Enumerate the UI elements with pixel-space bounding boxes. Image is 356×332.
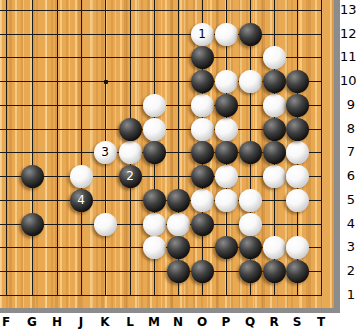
row-label-4: 4 (340, 217, 355, 231)
vertical-grid-line-G (32, 0, 33, 296)
row-label-13: 13 (340, 3, 355, 17)
row-label-5: 5 (340, 193, 355, 207)
row-label-10: 10 (340, 74, 355, 88)
column-label-L: L (122, 314, 138, 330)
white-stone[interactable] (263, 165, 286, 188)
black-stone[interactable] (263, 70, 286, 93)
white-stone[interactable] (263, 94, 286, 117)
black-stone-move-4[interactable]: 4 (70, 189, 93, 212)
white-stone[interactable] (239, 213, 262, 236)
black-stone[interactable] (263, 141, 286, 164)
black-stone[interactable] (21, 213, 44, 236)
white-stone[interactable] (286, 165, 309, 188)
black-stone-move-2[interactable]: 2 (119, 165, 142, 188)
column-label-T: T (313, 314, 329, 330)
white-stone[interactable] (191, 94, 214, 117)
white-stone[interactable] (143, 213, 166, 236)
black-stone[interactable] (286, 70, 309, 93)
black-stone[interactable] (215, 236, 238, 259)
row-labels: 13121110987654321 (340, 0, 356, 332)
black-stone[interactable] (215, 141, 238, 164)
black-stone[interactable] (286, 94, 309, 117)
white-stone[interactable] (215, 70, 238, 93)
vertical-grid-line-F (6, 0, 7, 296)
black-stone[interactable] (167, 260, 190, 283)
white-stone[interactable] (215, 189, 238, 212)
black-stone[interactable] (119, 118, 142, 141)
row-label-2: 2 (340, 264, 355, 278)
white-stone[interactable] (263, 46, 286, 69)
horizontal-grid-line-1 (0, 295, 322, 296)
vertical-grid-line-J (81, 0, 82, 296)
white-stone[interactable] (286, 236, 309, 259)
star-point-K10 (104, 80, 108, 84)
black-stone[interactable] (215, 94, 238, 117)
white-stone-move-1[interactable]: 1 (191, 23, 214, 46)
column-label-O: O (194, 314, 210, 330)
white-stone-move-3[interactable]: 3 (94, 141, 117, 164)
vertical-grid-line-H (57, 0, 58, 296)
row-label-6: 6 (340, 169, 355, 183)
row-label-3: 3 (340, 240, 355, 254)
white-stone[interactable] (286, 189, 309, 212)
black-stone[interactable] (286, 260, 309, 283)
white-stone[interactable] (239, 189, 262, 212)
black-stone[interactable] (191, 141, 214, 164)
column-label-Q: Q (242, 314, 258, 330)
white-stone[interactable] (70, 165, 93, 188)
column-label-M: M (146, 314, 162, 330)
column-label-R: R (266, 314, 282, 330)
row-label-8: 8 (340, 122, 355, 136)
white-stone[interactable] (119, 141, 142, 164)
black-stone[interactable] (167, 236, 190, 259)
black-stone[interactable] (191, 260, 214, 283)
column-label-G: G (24, 314, 40, 330)
black-stone[interactable] (239, 141, 262, 164)
white-stone[interactable] (167, 213, 190, 236)
black-stone[interactable] (191, 213, 214, 236)
white-stone[interactable] (143, 236, 166, 259)
black-stone[interactable] (143, 189, 166, 212)
column-label-K: K (97, 314, 113, 330)
row-label-7: 7 (340, 145, 355, 159)
black-stone[interactable] (191, 46, 214, 69)
white-stone[interactable] (239, 70, 262, 93)
row-label-9: 9 (340, 98, 355, 112)
black-stone[interactable] (286, 118, 309, 141)
white-stone[interactable] (143, 118, 166, 141)
row-label-12: 12 (340, 27, 355, 41)
white-stone[interactable] (263, 236, 286, 259)
column-label-F: F (0, 314, 14, 330)
black-stone[interactable] (191, 70, 214, 93)
black-stone[interactable] (263, 118, 286, 141)
black-stone[interactable] (263, 260, 286, 283)
white-stone[interactable] (191, 189, 214, 212)
column-label-H: H (49, 314, 65, 330)
white-stone[interactable] (215, 23, 238, 46)
go-board[interactable]: 1324 (0, 0, 334, 308)
black-stone[interactable] (239, 23, 262, 46)
black-stone[interactable] (239, 236, 262, 259)
white-stone[interactable] (191, 118, 214, 141)
column-label-N: N (170, 314, 186, 330)
column-label-J: J (73, 314, 89, 330)
black-stone[interactable] (143, 141, 166, 164)
column-label-S: S (289, 314, 305, 330)
black-stone[interactable] (167, 189, 190, 212)
white-stone[interactable] (143, 94, 166, 117)
vertical-grid-line-T (321, 0, 322, 296)
white-stone[interactable] (215, 118, 238, 141)
column-label-P: P (218, 314, 234, 330)
row-label-11: 11 (340, 50, 355, 64)
black-stone[interactable] (191, 165, 214, 188)
column-labels: FGHJKLMNOPQRST (0, 313, 340, 332)
row-label-1: 1 (340, 288, 355, 302)
go-game-screenshot: 1324 13121110987654321 FGHJKLMNOPQRST (0, 0, 356, 332)
horizontal-grid-line-13 (0, 10, 322, 11)
white-stone[interactable] (94, 213, 117, 236)
white-stone[interactable] (286, 141, 309, 164)
black-stone[interactable] (21, 165, 44, 188)
white-stone[interactable] (215, 165, 238, 188)
black-stone[interactable] (239, 260, 262, 283)
horizontal-grid-line-12 (0, 34, 322, 35)
